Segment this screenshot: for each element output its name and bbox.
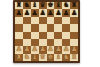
square-e3[interactable]	[47, 39, 55, 46]
square-e7[interactable]: ♟	[47, 9, 55, 16]
white-bishop-piece: ♝	[32, 54, 38, 61]
square-h6[interactable]	[70, 17, 78, 24]
black-bishop-piece: ♝	[55, 2, 61, 9]
square-f7[interactable]: ♟	[54, 9, 62, 16]
square-a1[interactable]: ♜	[15, 54, 23, 61]
black-knight-piece: ♞	[24, 2, 30, 9]
square-g6[interactable]	[62, 17, 70, 24]
square-d7[interactable]: ♟	[39, 9, 47, 16]
white-pawn-piece: ♟	[16, 46, 22, 53]
square-f4[interactable]	[54, 32, 62, 39]
square-e5[interactable]	[47, 24, 55, 31]
square-e4[interactable]	[47, 32, 55, 39]
square-d2[interactable]: ♟	[39, 46, 47, 53]
square-g7[interactable]: ♟	[62, 9, 70, 16]
black-queen-piece: ♛	[39, 2, 45, 9]
black-king-piece: ♚	[47, 2, 53, 9]
square-d5[interactable]	[39, 24, 47, 31]
square-d6[interactable]	[39, 17, 47, 24]
square-b4[interactable]	[23, 32, 31, 39]
white-pawn-piece: ♟	[63, 46, 69, 53]
square-d3[interactable]	[39, 39, 47, 46]
square-a6[interactable]	[15, 17, 23, 24]
square-h3[interactable]	[70, 39, 78, 46]
square-c1[interactable]: ♝	[31, 54, 39, 61]
square-e2[interactable]: ♟	[47, 46, 55, 53]
square-b3[interactable]	[23, 39, 31, 46]
square-a5[interactable]	[15, 24, 23, 31]
black-rook-piece: ♜	[16, 2, 22, 9]
white-pawn-piece: ♟	[47, 46, 53, 53]
square-h2[interactable]: ♟	[70, 46, 78, 53]
white-pawn-piece: ♟	[39, 46, 45, 53]
white-pawn-piece: ♟	[32, 46, 38, 53]
board-grid: ♜♞♝♛♚♝♞♜♟♟♟♟♟♟♟♟♟♟♟♟♟♟♟♟♜♞♝♛♚♝♞♜	[15, 2, 78, 61]
white-knight-piece: ♞	[63, 54, 69, 61]
white-pawn-piece: ♟	[71, 46, 77, 53]
black-rook-piece: ♜	[71, 2, 77, 9]
square-c8[interactable]: ♝	[31, 2, 39, 9]
square-b7[interactable]: ♟	[23, 9, 31, 16]
square-c3[interactable]	[31, 39, 39, 46]
square-b1[interactable]: ♞	[23, 54, 31, 61]
white-bishop-piece: ♝	[55, 54, 61, 61]
white-rook-piece: ♜	[71, 54, 77, 61]
square-g4[interactable]	[62, 32, 70, 39]
square-h4[interactable]	[70, 32, 78, 39]
black-pawn-piece: ♟	[16, 9, 22, 16]
square-e1[interactable]: ♚	[47, 54, 55, 61]
square-a4[interactable]	[15, 32, 23, 39]
square-f6[interactable]	[54, 17, 62, 24]
black-pawn-piece: ♟	[32, 9, 38, 16]
black-pawn-piece: ♟	[24, 9, 30, 16]
square-b8[interactable]: ♞	[23, 2, 31, 9]
square-a2[interactable]: ♟	[15, 46, 23, 53]
square-d4[interactable]	[39, 32, 47, 39]
square-c4[interactable]	[31, 32, 39, 39]
square-e8[interactable]: ♚	[47, 2, 55, 9]
square-f3[interactable]	[54, 39, 62, 46]
black-pawn-piece: ♟	[71, 9, 77, 16]
square-h7[interactable]: ♟	[70, 9, 78, 16]
black-pawn-piece: ♟	[55, 9, 61, 16]
square-g5[interactable]	[62, 24, 70, 31]
square-g3[interactable]	[62, 39, 70, 46]
square-f5[interactable]	[54, 24, 62, 31]
square-f1[interactable]: ♝	[54, 54, 62, 61]
square-c6[interactable]	[31, 17, 39, 24]
square-a3[interactable]	[15, 39, 23, 46]
white-king-piece: ♚	[47, 54, 53, 61]
square-d1[interactable]: ♛	[39, 54, 47, 61]
square-h1[interactable]: ♜	[70, 54, 78, 61]
white-pawn-piece: ♟	[55, 46, 61, 53]
square-a7[interactable]: ♟	[15, 9, 23, 16]
square-b5[interactable]	[23, 24, 31, 31]
square-c2[interactable]: ♟	[31, 46, 39, 53]
white-knight-piece: ♞	[24, 54, 30, 61]
black-pawn-piece: ♟	[39, 9, 45, 16]
black-pawn-piece: ♟	[63, 9, 69, 16]
square-b6[interactable]	[23, 17, 31, 24]
black-knight-piece: ♞	[63, 2, 69, 9]
white-pawn-piece: ♟	[24, 46, 30, 53]
square-g1[interactable]: ♞	[62, 54, 70, 61]
square-b2[interactable]: ♟	[23, 46, 31, 53]
white-queen-piece: ♛	[39, 54, 45, 61]
square-e6[interactable]	[47, 17, 55, 24]
square-d8[interactable]: ♛	[39, 2, 47, 9]
square-c7[interactable]: ♟	[31, 9, 39, 16]
white-rook-piece: ♜	[16, 54, 22, 61]
square-a8[interactable]: ♜	[15, 2, 23, 9]
square-f2[interactable]: ♟	[54, 46, 62, 53]
square-g8[interactable]: ♞	[62, 2, 70, 9]
square-h5[interactable]	[70, 24, 78, 31]
square-f8[interactable]: ♝	[54, 2, 62, 9]
black-bishop-piece: ♝	[32, 2, 38, 9]
square-c5[interactable]	[31, 24, 39, 31]
black-pawn-piece: ♟	[47, 9, 53, 16]
square-h8[interactable]: ♜	[70, 2, 78, 9]
square-g2[interactable]: ♟	[62, 46, 70, 53]
chess-board: ♜♞♝♛♚♝♞♜♟♟♟♟♟♟♟♟♟♟♟♟♟♟♟♟♜♞♝♛♚♝♞♜	[13, 0, 80, 63]
